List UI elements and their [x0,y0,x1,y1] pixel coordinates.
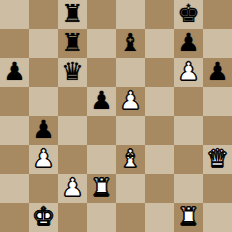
square-h7[interactable] [203,29,232,58]
square-f4[interactable] [145,116,174,145]
square-b5[interactable] [29,87,58,116]
square-e1[interactable] [116,203,145,232]
piece-black-king[interactable]: ♚ [177,0,199,28]
chess-board-container: ♜♚♜♝♟♟♛♟♟♟♟♟♟♝♛♟♜♚♜ [0,0,232,232]
square-b4[interactable]: ♟ [29,116,58,145]
piece-black-pawn[interactable]: ♟ [177,29,199,57]
square-a4[interactable] [0,116,29,145]
square-e6[interactable] [116,58,145,87]
piece-white-pawn[interactable]: ♟ [61,174,83,202]
square-e8[interactable] [116,0,145,29]
square-d4[interactable] [87,116,116,145]
square-g3[interactable] [174,145,203,174]
square-h4[interactable] [203,116,232,145]
piece-white-king[interactable]: ♚ [32,203,54,231]
square-h6[interactable]: ♟ [203,58,232,87]
piece-white-queen[interactable]: ♛ [206,145,228,173]
chess-board: ♜♚♜♝♟♟♛♟♟♟♟♟♟♝♛♟♜♚♜ [0,0,232,232]
piece-white-rook[interactable]: ♜ [177,203,199,231]
piece-black-rook[interactable]: ♜ [61,0,83,28]
square-a7[interactable] [0,29,29,58]
square-g4[interactable] [174,116,203,145]
square-b8[interactable] [29,0,58,29]
square-e4[interactable] [116,116,145,145]
square-d7[interactable] [87,29,116,58]
square-g2[interactable] [174,174,203,203]
square-a1[interactable] [0,203,29,232]
piece-black-rook[interactable]: ♜ [61,29,83,57]
piece-black-pawn[interactable]: ♟ [3,58,25,86]
square-b7[interactable] [29,29,58,58]
square-f5[interactable] [145,87,174,116]
square-e2[interactable] [116,174,145,203]
square-a6[interactable]: ♟ [0,58,29,87]
square-f3[interactable] [145,145,174,174]
square-f8[interactable] [145,0,174,29]
piece-white-pawn[interactable]: ♟ [32,145,54,173]
square-c5[interactable] [58,87,87,116]
square-h2[interactable] [203,174,232,203]
piece-white-pawn[interactable]: ♟ [177,58,199,86]
square-b6[interactable] [29,58,58,87]
square-c8[interactable]: ♜ [58,0,87,29]
square-h5[interactable] [203,87,232,116]
piece-black-pawn[interactable]: ♟ [206,58,228,86]
piece-white-bishop[interactable]: ♝ [119,145,141,173]
square-b1[interactable]: ♚ [29,203,58,232]
square-h1[interactable] [203,203,232,232]
square-d5[interactable]: ♟ [87,87,116,116]
piece-black-pawn[interactable]: ♟ [90,87,112,115]
square-g8[interactable]: ♚ [174,0,203,29]
square-c3[interactable] [58,145,87,174]
square-f7[interactable] [145,29,174,58]
square-g6[interactable]: ♟ [174,58,203,87]
square-e3[interactable]: ♝ [116,145,145,174]
piece-black-pawn[interactable]: ♟ [32,116,54,144]
square-d1[interactable] [87,203,116,232]
square-a3[interactable] [0,145,29,174]
square-c4[interactable] [58,116,87,145]
piece-white-rook[interactable]: ♜ [90,174,112,202]
square-g7[interactable]: ♟ [174,29,203,58]
piece-black-queen[interactable]: ♛ [61,58,83,86]
square-a5[interactable] [0,87,29,116]
square-f1[interactable] [145,203,174,232]
square-a8[interactable] [0,0,29,29]
square-c7[interactable]: ♜ [58,29,87,58]
square-c2[interactable]: ♟ [58,174,87,203]
square-d8[interactable] [87,0,116,29]
square-c1[interactable] [58,203,87,232]
piece-white-pawn[interactable]: ♟ [119,87,141,115]
square-e7[interactable]: ♝ [116,29,145,58]
square-b3[interactable]: ♟ [29,145,58,174]
piece-black-bishop[interactable]: ♝ [119,29,141,57]
square-d2[interactable]: ♜ [87,174,116,203]
square-a2[interactable] [0,174,29,203]
square-e5[interactable]: ♟ [116,87,145,116]
square-d3[interactable] [87,145,116,174]
square-d6[interactable] [87,58,116,87]
square-g5[interactable] [174,87,203,116]
square-g1[interactable]: ♜ [174,203,203,232]
square-c6[interactable]: ♛ [58,58,87,87]
square-f2[interactable] [145,174,174,203]
square-b2[interactable] [29,174,58,203]
square-f6[interactable] [145,58,174,87]
square-h3[interactable]: ♛ [203,145,232,174]
square-h8[interactable] [203,0,232,29]
